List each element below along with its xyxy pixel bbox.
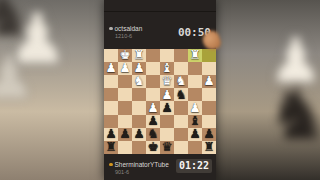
black-pawn: ♟	[160, 101, 174, 114]
background-blur-left: ♞ ♟ ♟	[0, 0, 104, 180]
black-knight: ♞	[174, 88, 188, 101]
black-rook: ♜	[104, 141, 118, 154]
square-g5[interactable]	[118, 101, 132, 114]
square-e8[interactable]: ♚	[146, 141, 160, 154]
square-b3[interactable]	[188, 75, 202, 88]
white-pawn: ♟	[104, 62, 118, 75]
square-b1[interactable]: ♜	[188, 49, 202, 62]
square-h3[interactable]	[104, 75, 118, 88]
square-g3[interactable]	[118, 75, 132, 88]
square-d6[interactable]	[160, 115, 174, 128]
online-dot	[109, 27, 113, 31]
square-e2[interactable]	[146, 62, 160, 75]
square-f4[interactable]	[132, 88, 146, 101]
black-king: ♚	[146, 141, 160, 154]
bottom-player-info[interactable]: SherminatorYTube 901-6	[109, 161, 169, 175]
top-player-rating: 1210-6	[115, 33, 142, 39]
square-h8[interactable]: ♜	[104, 141, 118, 154]
white-knight: ♞	[132, 75, 146, 88]
square-b2[interactable]	[188, 62, 202, 75]
square-h4[interactable]	[104, 88, 118, 101]
top-player-name[interactable]: octsaldan	[115, 25, 143, 32]
square-e3[interactable]	[146, 75, 160, 88]
black-rook: ♜	[202, 141, 216, 154]
square-f5[interactable]	[132, 101, 146, 114]
video-frame: ♞ ♟ ♟ ♟ ♞ Bc6 Qc4 14. Qd7 Qe7 15. Rb1 Qd…	[0, 0, 320, 180]
square-c8[interactable]	[174, 141, 188, 154]
blurred-black-knight-icon: ♞	[266, 78, 320, 150]
black-queen: ♛	[160, 141, 174, 154]
black-pawn: ♟	[188, 128, 202, 141]
chess-board[interactable]: ♚♜♜♟♟♟♝♞♛♞♟♟♞♟♟♟♟♝♟♟♟♞♟♟♜♚♛♜	[104, 49, 216, 155]
square-g8[interactable]	[118, 141, 132, 154]
top-player-bar: octsaldan 1210-6 00:50	[104, 12, 216, 49]
square-f8[interactable]	[132, 141, 146, 154]
square-b8[interactable]	[188, 141, 202, 154]
square-c1[interactable]	[174, 49, 188, 62]
square-g7[interactable]: ♟	[118, 128, 132, 141]
move-list[interactable]: Bc6 Qc4 14. Qd7 Qe7 15. Rb1 Qd1 16. Bb6 …	[104, 0, 216, 12]
square-f3[interactable]: ♞	[132, 75, 146, 88]
square-d8[interactable]: ♛	[160, 141, 174, 154]
white-rook: ♜	[188, 49, 202, 62]
patron-dot	[109, 163, 113, 167]
background-blur-right: ♟ ♞	[216, 0, 320, 180]
bottom-player-name[interactable]: SherminatorYTube	[115, 161, 169, 168]
square-d5[interactable]: ♟	[160, 101, 174, 114]
bottom-player-bar: SherminatorYTube 901-6 01:22	[104, 154, 216, 180]
top-player-info[interactable]: octsaldan 1210-6	[109, 25, 142, 39]
chess-app-panel: Bc6 Qc4 14. Qd7 Qe7 15. Rb1 Qd1 16. Bb6 …	[104, 0, 216, 180]
bottom-player-rating: 901-6	[115, 169, 169, 175]
square-h2[interactable]: ♟	[104, 62, 118, 75]
square-a1[interactable]	[202, 49, 216, 62]
square-g4[interactable]	[118, 88, 132, 101]
blurred-white-pawn-icon: ♟	[0, 48, 36, 108]
square-a5[interactable]	[202, 101, 216, 114]
square-h5[interactable]	[104, 101, 118, 114]
white-pawn: ♟	[202, 75, 216, 88]
square-b7[interactable]: ♟	[188, 128, 202, 141]
square-c5[interactable]	[174, 101, 188, 114]
square-c4[interactable]: ♞	[174, 88, 188, 101]
black-pawn: ♟	[132, 128, 146, 141]
bottom-clock-active: 01:22	[176, 159, 212, 173]
square-a4[interactable]	[202, 88, 216, 101]
square-a8[interactable]: ♜	[202, 141, 216, 154]
white-pawn: ♟	[118, 62, 132, 75]
square-f7[interactable]: ♟	[132, 128, 146, 141]
square-e1[interactable]	[146, 49, 160, 62]
square-g2[interactable]: ♟	[118, 62, 132, 75]
square-a3[interactable]: ♟	[202, 75, 216, 88]
black-pawn: ♟	[118, 128, 132, 141]
square-c7[interactable]	[174, 128, 188, 141]
square-c6[interactable]	[174, 115, 188, 128]
